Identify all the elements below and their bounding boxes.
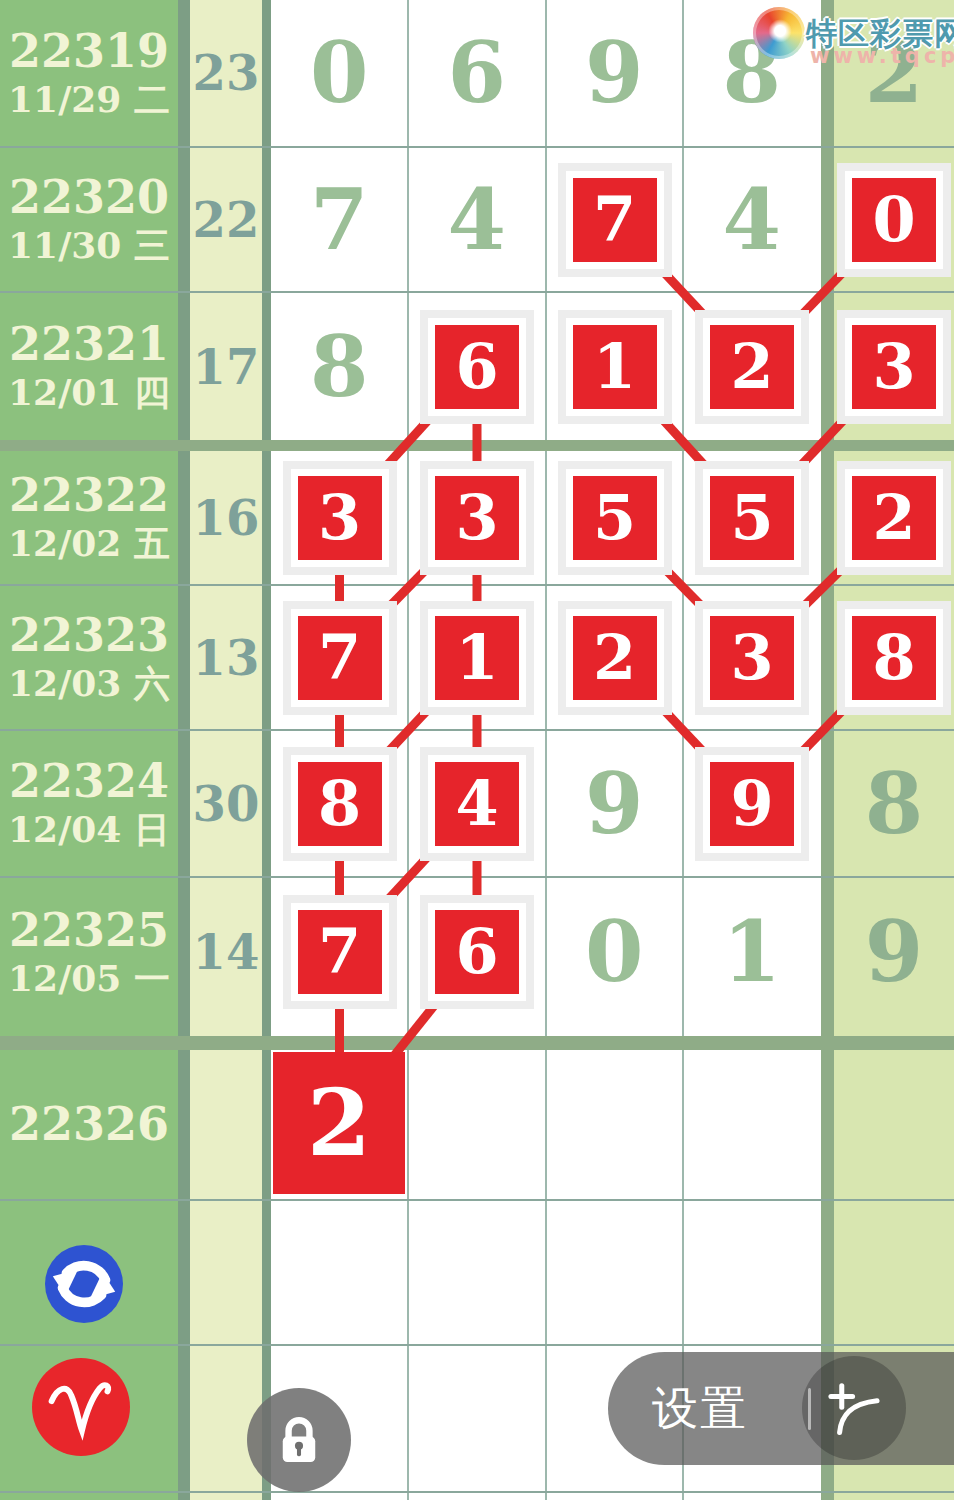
red-marked-digit[interactable]: 1: [566, 318, 664, 416]
pen-plus-icon: [818, 1372, 890, 1444]
logo-swirl-icon: [753, 7, 805, 59]
settings-label[interactable]: 设置: [652, 1378, 748, 1440]
trend-lines: [0, 0, 954, 1500]
settings-bar[interactable]: 设置: [608, 1352, 954, 1465]
red-marked-digit[interactable]: 7: [566, 171, 664, 269]
lock-button[interactable]: [247, 1388, 351, 1492]
red-marked-digit[interactable]: 3: [845, 318, 943, 416]
red-marked-digit[interactable]: 2: [273, 1052, 405, 1194]
red-marked-digit[interactable]: 3: [291, 469, 389, 567]
red-marked-digit[interactable]: 0: [845, 171, 943, 269]
refresh-icon: [45, 1245, 123, 1323]
red-marked-digit[interactable]: 5: [566, 469, 664, 567]
lottery-trend-board: 2231911/29 二23069822232011/30 三227442232…: [0, 0, 954, 1500]
red-marked-digit[interactable]: 2: [703, 318, 801, 416]
v-script-icon: [32, 1358, 130, 1456]
red-marked-digit[interactable]: 8: [845, 609, 943, 707]
v-badge-button[interactable]: [32, 1358, 130, 1456]
red-marked-digit[interactable]: 4: [428, 755, 526, 853]
red-marked-digit[interactable]: 3: [428, 469, 526, 567]
red-marked-digit[interactable]: 5: [703, 469, 801, 567]
pen-tool-button[interactable]: [802, 1356, 906, 1460]
red-marked-digit[interactable]: 7: [291, 609, 389, 707]
red-marked-digit[interactable]: 6: [428, 903, 526, 1001]
site-url: www.tqcp.net: [810, 44, 954, 68]
red-marked-digit[interactable]: 2: [566, 609, 664, 707]
red-marked-digit[interactable]: 7: [291, 903, 389, 1001]
red-marked-digit[interactable]: 8: [291, 755, 389, 853]
red-marked-digit[interactable]: 3: [703, 609, 801, 707]
red-marked-digit[interactable]: 1: [428, 609, 526, 707]
site-logo: [753, 7, 805, 59]
lock-icon: [270, 1411, 328, 1469]
red-marked-digit[interactable]: 6: [428, 318, 526, 416]
red-marked-digit[interactable]: 2: [845, 469, 943, 567]
red-marked-digit[interactable]: 9: [703, 755, 801, 853]
refresh-button[interactable]: [45, 1245, 123, 1323]
